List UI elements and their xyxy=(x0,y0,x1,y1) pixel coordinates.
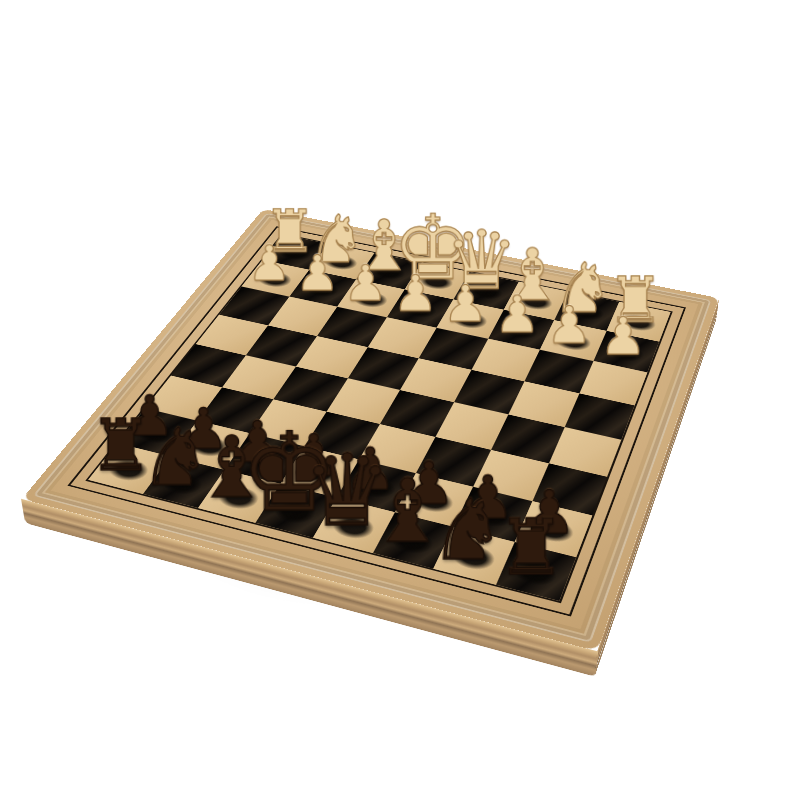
perspective-container: ♜♞♝♚♛♝♞♜♟♟♟♟♟♟♟♟♟♟♟♟♟♟♟♟♜♞♝♚♛♝♞♜ xyxy=(0,0,800,800)
square-r3-c3-dark xyxy=(347,347,418,390)
dark-rook: ♜ xyxy=(478,513,583,584)
chess-board: ♜♞♝♚♛♝♞♜♟♟♟♟♟♟♟♟♟♟♟♟♟♟♟♟♜♞♝♚♛♝♞♜ xyxy=(22,209,719,651)
product-photo-stage: ♜♞♝♚♛♝♞♜♟♟♟♟♟♟♟♟♟♟♟♟♟♟♟♟♜♞♝♚♛♝♞♜ xyxy=(0,0,800,800)
light-pawn: ♟ xyxy=(579,313,667,361)
